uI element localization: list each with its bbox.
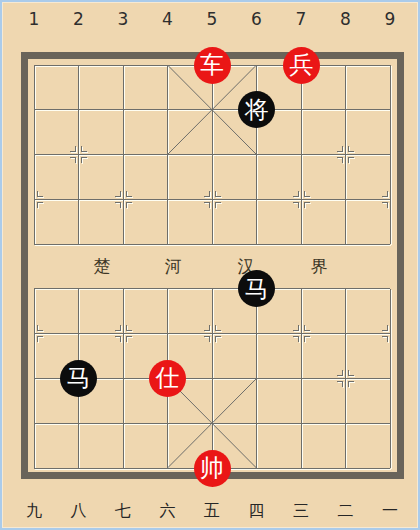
top-file-label-9: 9 [385, 9, 396, 29]
bottom-file-label-2: 八 [71, 501, 87, 522]
bottom-file-label-5: 五 [204, 501, 220, 522]
top-file-label-6: 6 [251, 9, 262, 29]
xiangqi-board-window: 123456789 楚河汉界 车兵将马马仕帅 九八七六五四三二一 [0, 0, 420, 530]
piece-red-advisor[interactable]: 仕 [149, 360, 186, 397]
river-char-2: 河 [165, 255, 182, 278]
piece-red-general[interactable]: 帅 [194, 450, 231, 487]
piece-red-soldier[interactable]: 兵 [283, 47, 320, 84]
top-file-label-1: 1 [29, 9, 40, 29]
bottom-file-label-8: 二 [338, 501, 354, 522]
piece-red-chariot[interactable]: 车 [194, 47, 231, 84]
top-file-label-4: 4 [162, 9, 173, 29]
bottom-file-label-9: 一 [382, 501, 398, 522]
bottom-file-label-6: 四 [249, 501, 265, 522]
top-file-label-5: 5 [207, 9, 218, 29]
bottom-file-label-1: 九 [26, 501, 42, 522]
bottom-file-label-4: 六 [160, 501, 176, 522]
piece-black-horse[interactable]: 马 [60, 360, 97, 397]
top-file-label-2: 2 [73, 9, 84, 29]
piece-black-general[interactable]: 将 [238, 91, 275, 128]
river-char-4: 界 [311, 255, 328, 278]
bottom-file-label-3: 七 [115, 501, 131, 522]
top-file-label-3: 3 [118, 9, 129, 29]
river-char-1: 楚 [94, 255, 111, 278]
top-file-label-7: 7 [296, 9, 307, 29]
top-file-label-8: 8 [340, 9, 351, 29]
bottom-file-label-7: 三 [293, 501, 309, 522]
